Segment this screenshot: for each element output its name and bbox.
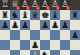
square-a8[interactable]: ♜ xyxy=(0,10,10,20)
captured-pieces-tray: ♖♕1♙1♙1♙1♙1♙1 xyxy=(0,0,80,10)
tray-slot-white-pawn[interactable]: ♙1 xyxy=(20,0,30,10)
black-knight[interactable]: ♞ xyxy=(10,10,20,20)
tray-slot-white-pawn[interactable]: ♙1 xyxy=(50,0,60,10)
chess-board: ♜♞♝♛♚♝♜♟♟♟♟♟♟♟♟♙♞ xyxy=(0,10,80,55)
black-pawn[interactable]: ♟ xyxy=(20,20,30,30)
square-h6[interactable]: ♟ xyxy=(70,30,80,40)
tray-slot-white-rook[interactable]: ♖ xyxy=(0,0,10,10)
square-h8[interactable]: ♜ xyxy=(70,10,80,20)
square-e6[interactable] xyxy=(40,30,50,40)
square-d8[interactable]: ♛ xyxy=(30,10,40,20)
square-h4[interactable] xyxy=(70,50,80,55)
square-e5[interactable] xyxy=(40,40,50,50)
black-king[interactable]: ♚ xyxy=(40,10,50,20)
black-knight[interactable]: ♞ xyxy=(40,50,50,55)
black-pawn[interactable]: ♟ xyxy=(50,20,60,30)
black-pawn[interactable]: ♟ xyxy=(60,20,70,30)
white-pawn[interactable]: ♙ xyxy=(30,50,40,55)
black-pawn[interactable]: ♟ xyxy=(40,20,50,30)
tray-slot-white-pawn[interactable]: ♙1 xyxy=(60,0,70,10)
square-g6[interactable] xyxy=(60,30,70,40)
square-c8[interactable]: ♝ xyxy=(20,10,30,20)
square-h7[interactable] xyxy=(70,20,80,30)
tray-slot-empty xyxy=(70,0,80,10)
square-c7[interactable]: ♟ xyxy=(20,20,30,30)
black-bishop[interactable]: ♝ xyxy=(20,10,30,20)
square-f4[interactable] xyxy=(50,50,60,55)
square-g4[interactable] xyxy=(60,50,70,55)
square-a7[interactable]: ♟ xyxy=(0,20,10,30)
square-g5[interactable] xyxy=(60,40,70,50)
square-b7[interactable]: ♟ xyxy=(10,20,20,30)
app-window: ♖♕1♙1♙1♙1♙1♙1 ♜♞♝♛♚♝♜♟♟♟♟♟♟♟♟♙♞ xyxy=(0,0,80,55)
square-f8[interactable]: ♝ xyxy=(50,10,60,20)
black-pawn[interactable]: ♟ xyxy=(10,20,20,30)
square-e4[interactable]: ♞ xyxy=(40,50,50,55)
square-b8[interactable]: ♞ xyxy=(10,10,20,20)
square-d5[interactable]: ♟ xyxy=(30,40,40,50)
square-d7[interactable] xyxy=(30,20,40,30)
square-b4[interactable] xyxy=(10,50,20,55)
square-c5[interactable] xyxy=(20,40,30,50)
square-a5[interactable] xyxy=(0,40,10,50)
tray-slot-white-pawn[interactable]: ♙1 xyxy=(40,0,50,10)
black-bishop[interactable]: ♝ xyxy=(50,10,60,20)
square-e8[interactable]: ♚ xyxy=(40,10,50,20)
square-d6[interactable] xyxy=(30,30,40,40)
black-pawn[interactable]: ♟ xyxy=(0,20,10,30)
black-pawn[interactable]: ♟ xyxy=(30,40,40,50)
square-c6[interactable] xyxy=(20,30,30,40)
square-h5[interactable] xyxy=(70,40,80,50)
black-rook[interactable]: ♜ xyxy=(0,10,10,20)
square-c4[interactable] xyxy=(20,50,30,55)
black-queen[interactable]: ♛ xyxy=(30,10,40,20)
square-f6[interactable] xyxy=(50,30,60,40)
square-f7[interactable]: ♟ xyxy=(50,20,60,30)
square-a6[interactable] xyxy=(0,30,10,40)
tray-slot-white-queen[interactable]: ♕1 xyxy=(10,0,20,10)
black-pawn[interactable]: ♟ xyxy=(70,30,80,40)
square-b5[interactable] xyxy=(10,40,20,50)
square-g8[interactable] xyxy=(60,10,70,20)
tray-slot-white-pawn[interactable]: ♙1 xyxy=(30,0,40,10)
square-a4[interactable] xyxy=(0,50,10,55)
white-rook-icon: ♖ xyxy=(0,0,10,10)
square-f5[interactable] xyxy=(50,40,60,50)
square-d4[interactable]: ♙ xyxy=(30,50,40,55)
square-g7[interactable]: ♟ xyxy=(60,20,70,30)
square-e7[interactable]: ♟ xyxy=(40,20,50,30)
square-b6[interactable] xyxy=(10,30,20,40)
black-rook[interactable]: ♜ xyxy=(70,10,80,20)
